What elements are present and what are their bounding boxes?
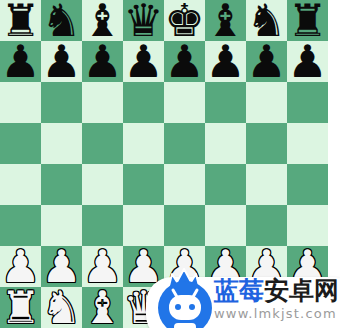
square-c6[interactable] <box>82 82 123 123</box>
square-b6[interactable] <box>41 82 82 123</box>
square-a7[interactable]: ♟ <box>0 41 41 82</box>
square-f5[interactable] <box>205 123 246 164</box>
square-b4[interactable] <box>41 164 82 205</box>
square-a4[interactable] <box>0 164 41 205</box>
square-h5[interactable] <box>287 123 328 164</box>
square-b1[interactable]: ♞ <box>41 287 82 328</box>
piece-black-pawn[interactable]: ♟ <box>246 41 286 82</box>
piece-black-pawn[interactable]: ♟ <box>41 41 81 82</box>
piece-black-pawn[interactable]: ♟ <box>82 41 122 82</box>
square-a6[interactable] <box>0 82 41 123</box>
square-g4[interactable] <box>246 164 287 205</box>
watermark-url: www.lmkjst.com <box>214 306 339 321</box>
square-c5[interactable] <box>82 123 123 164</box>
square-g5[interactable] <box>246 123 287 164</box>
watermark-brand-name: 蓝莓安卓网 <box>214 277 339 304</box>
watermark-text: 蓝莓安卓网 www.lmkjst.com <box>214 277 339 321</box>
watermark-badge: 蓝莓安卓网 www.lmkjst.com <box>146 277 340 328</box>
square-c7[interactable]: ♟ <box>82 41 123 82</box>
square-d7[interactable]: ♟ <box>123 41 164 82</box>
blueberry-android-logo-icon <box>155 264 215 328</box>
square-d5[interactable] <box>123 123 164 164</box>
square-c4[interactable] <box>82 164 123 205</box>
square-f7[interactable]: ♟ <box>205 41 246 82</box>
piece-black-pawn[interactable]: ♟ <box>205 41 245 82</box>
square-g6[interactable] <box>246 82 287 123</box>
square-d4[interactable] <box>123 164 164 205</box>
square-h4[interactable] <box>287 164 328 205</box>
square-e4[interactable] <box>164 164 205 205</box>
square-h7[interactable]: ♟ <box>287 41 328 82</box>
piece-white-rook[interactable]: ♜ <box>0 287 40 328</box>
piece-white-knight[interactable]: ♞ <box>41 287 81 328</box>
square-e6[interactable] <box>164 82 205 123</box>
square-a1[interactable]: ♜ <box>0 287 41 328</box>
piece-black-pawn[interactable]: ♟ <box>123 41 163 82</box>
brand-name-blue-part: 蓝莓 <box>214 276 264 305</box>
piece-black-pawn[interactable]: ♟ <box>164 41 204 82</box>
square-d6[interactable] <box>123 82 164 123</box>
piece-white-bishop[interactable]: ♝ <box>82 287 122 328</box>
square-g7[interactable]: ♟ <box>246 41 287 82</box>
square-b5[interactable] <box>41 123 82 164</box>
square-c1[interactable]: ♝ <box>82 287 123 328</box>
square-b7[interactable]: ♟ <box>41 41 82 82</box>
piece-black-pawn[interactable]: ♟ <box>0 41 40 82</box>
square-a5[interactable] <box>0 123 41 164</box>
square-f6[interactable] <box>205 82 246 123</box>
square-f4[interactable] <box>205 164 246 205</box>
piece-black-pawn[interactable]: ♟ <box>287 41 327 82</box>
square-h6[interactable] <box>287 82 328 123</box>
square-e7[interactable]: ♟ <box>164 41 205 82</box>
square-e5[interactable] <box>164 123 205 164</box>
brand-name-dark-part: 安卓网 <box>264 276 339 305</box>
